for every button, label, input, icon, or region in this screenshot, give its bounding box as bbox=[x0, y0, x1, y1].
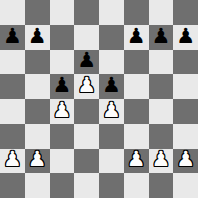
square-e1[interactable] bbox=[99, 173, 124, 198]
black-pawn: ♟ bbox=[102, 75, 121, 96]
square-h7[interactable]: ♟ bbox=[173, 25, 198, 50]
square-b2[interactable]: ♟ bbox=[25, 149, 50, 174]
square-a3[interactable] bbox=[0, 124, 25, 149]
square-c1[interactable] bbox=[50, 173, 75, 198]
square-b7[interactable]: ♟ bbox=[25, 25, 50, 50]
square-h6[interactable] bbox=[173, 50, 198, 75]
square-a5[interactable] bbox=[0, 74, 25, 99]
square-g7[interactable]: ♟ bbox=[149, 25, 174, 50]
white-pawn: ♟ bbox=[3, 149, 22, 170]
black-pawn: ♟ bbox=[52, 75, 71, 96]
square-g4[interactable] bbox=[149, 99, 174, 124]
square-a4[interactable] bbox=[0, 99, 25, 124]
square-e5[interactable]: ♟ bbox=[99, 74, 124, 99]
white-pawn: ♟ bbox=[28, 149, 47, 170]
square-h2[interactable]: ♟ bbox=[173, 149, 198, 174]
square-f3[interactable] bbox=[124, 124, 149, 149]
square-a6[interactable] bbox=[0, 50, 25, 75]
square-d3[interactable] bbox=[74, 124, 99, 149]
black-pawn: ♟ bbox=[77, 50, 96, 71]
square-h8[interactable] bbox=[173, 0, 198, 25]
square-e2[interactable] bbox=[99, 149, 124, 174]
black-pawn: ♟ bbox=[127, 26, 146, 47]
square-g6[interactable] bbox=[149, 50, 174, 75]
square-c6[interactable] bbox=[50, 50, 75, 75]
chess-board: ♟♟♟♟♟♟♟♟♟♟♟♟♟♟♟♟ bbox=[0, 0, 198, 198]
square-c7[interactable] bbox=[50, 25, 75, 50]
square-f6[interactable] bbox=[124, 50, 149, 75]
square-b8[interactable] bbox=[25, 0, 50, 25]
square-c8[interactable] bbox=[50, 0, 75, 25]
square-d6[interactable]: ♟ bbox=[74, 50, 99, 75]
square-g3[interactable] bbox=[149, 124, 174, 149]
square-g8[interactable] bbox=[149, 0, 174, 25]
white-pawn: ♟ bbox=[176, 149, 195, 170]
square-f8[interactable] bbox=[124, 0, 149, 25]
black-pawn: ♟ bbox=[28, 26, 47, 47]
square-d1[interactable] bbox=[74, 173, 99, 198]
square-d4[interactable] bbox=[74, 99, 99, 124]
square-c3[interactable] bbox=[50, 124, 75, 149]
square-b1[interactable] bbox=[25, 173, 50, 198]
square-b4[interactable] bbox=[25, 99, 50, 124]
square-f1[interactable] bbox=[124, 173, 149, 198]
square-a1[interactable] bbox=[0, 173, 25, 198]
square-f2[interactable]: ♟ bbox=[124, 149, 149, 174]
square-c4[interactable]: ♟ bbox=[50, 99, 75, 124]
square-h4[interactable] bbox=[173, 99, 198, 124]
square-c5[interactable]: ♟ bbox=[50, 74, 75, 99]
square-g2[interactable]: ♟ bbox=[149, 149, 174, 174]
square-c2[interactable] bbox=[50, 149, 75, 174]
square-d5[interactable]: ♟ bbox=[74, 74, 99, 99]
square-a2[interactable]: ♟ bbox=[0, 149, 25, 174]
square-d8[interactable] bbox=[74, 0, 99, 25]
square-g5[interactable] bbox=[149, 74, 174, 99]
square-h1[interactable] bbox=[173, 173, 198, 198]
square-g1[interactable] bbox=[149, 173, 174, 198]
black-pawn: ♟ bbox=[3, 26, 22, 47]
square-a7[interactable]: ♟ bbox=[0, 25, 25, 50]
black-pawn: ♟ bbox=[151, 26, 170, 47]
square-b6[interactable] bbox=[25, 50, 50, 75]
square-e6[interactable] bbox=[99, 50, 124, 75]
square-b5[interactable] bbox=[25, 74, 50, 99]
white-pawn: ♟ bbox=[102, 100, 121, 121]
white-pawn: ♟ bbox=[52, 100, 71, 121]
square-b3[interactable] bbox=[25, 124, 50, 149]
square-d7[interactable] bbox=[74, 25, 99, 50]
white-pawn: ♟ bbox=[151, 149, 170, 170]
square-e4[interactable]: ♟ bbox=[99, 99, 124, 124]
square-d2[interactable] bbox=[74, 149, 99, 174]
square-e3[interactable] bbox=[99, 124, 124, 149]
square-f7[interactable]: ♟ bbox=[124, 25, 149, 50]
white-pawn: ♟ bbox=[77, 75, 96, 96]
black-pawn: ♟ bbox=[176, 26, 195, 47]
square-e8[interactable] bbox=[99, 0, 124, 25]
square-h3[interactable] bbox=[173, 124, 198, 149]
white-pawn: ♟ bbox=[127, 149, 146, 170]
square-e7[interactable] bbox=[99, 25, 124, 50]
square-h5[interactable] bbox=[173, 74, 198, 99]
square-f4[interactable] bbox=[124, 99, 149, 124]
square-a8[interactable] bbox=[0, 0, 25, 25]
square-f5[interactable] bbox=[124, 74, 149, 99]
